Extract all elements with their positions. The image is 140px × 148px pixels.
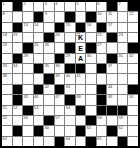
cell-r10c6[interactable]: 47 [55, 95, 65, 104]
cell-r7c9[interactable] [86, 64, 96, 73]
cell-r11c1[interactable]: 51 [2, 106, 12, 115]
cell-r13c7[interactable] [65, 126, 75, 135]
black-cell-r10c10 [97, 95, 107, 104]
clue-number: 37 [108, 64, 112, 68]
clue-number: 18 [3, 33, 7, 37]
cell-r11c5[interactable] [44, 106, 54, 115]
clue-number: 30 [87, 54, 91, 58]
cell-r1c10[interactable]: 6 [97, 2, 107, 11]
cell-r1c4[interactable] [34, 2, 44, 11]
cell-r4c6[interactable]: 20 [55, 33, 65, 42]
clue-number: 45 [24, 95, 28, 99]
black-cell-r9c6 [55, 85, 65, 94]
cell-r12c10[interactable]: 58 [97, 116, 107, 125]
entered-letter: A [76, 55, 86, 63]
black-cell-r8c5 [44, 74, 54, 83]
cell-r14c2[interactable] [13, 137, 23, 146]
cell-r14c4[interactable] [34, 137, 44, 146]
black-cell-r11c12 [118, 106, 128, 115]
cell-r12c1[interactable]: 55 [2, 116, 12, 125]
cell-r3c3[interactable]: 13 [23, 23, 33, 32]
cell-r3c7[interactable]: 15 [65, 23, 75, 32]
black-cell-r3c2 [13, 23, 23, 32]
clue-number: 8 [3, 12, 5, 16]
cell-r8c7[interactable]: 40 [65, 74, 75, 83]
cell-r8c12[interactable] [118, 74, 128, 83]
cell-r14c5[interactable] [44, 137, 54, 146]
cell-r1c9[interactable] [86, 2, 96, 11]
cell-r2c3[interactable] [23, 12, 33, 21]
cell-r2c13[interactable]: 12 [128, 12, 138, 21]
clue-number: 63 [3, 137, 7, 141]
cell-r1c3[interactable]: 2 [23, 2, 33, 11]
clue-number: 2 [24, 2, 26, 6]
cell-r13c3[interactable] [23, 126, 33, 135]
cell-r1c1[interactable]: 1 [2, 2, 12, 11]
cell-r13c10[interactable] [97, 126, 107, 135]
black-cell-r4c11 [107, 33, 117, 42]
cell-r1c5[interactable]: 3 [44, 2, 54, 11]
clue-number: 53 [34, 106, 38, 110]
cell-r7c3[interactable] [23, 64, 33, 73]
clue-number: 19 [13, 33, 17, 37]
clue-number: 54 [66, 106, 70, 110]
cell-r6c5[interactable] [44, 54, 54, 63]
clue-number: 16 [87, 23, 91, 27]
cell-r13c5[interactable]: 60 [44, 126, 54, 135]
clue-number: 41 [76, 74, 80, 78]
cell-r8c1[interactable]: 38 [2, 74, 12, 83]
cell-r3c9[interactable]: 16 [86, 23, 96, 32]
cell-r2c2[interactable] [13, 12, 23, 21]
cell-r4c13[interactable] [128, 33, 138, 42]
cell-r7c2[interactable]: 34 [13, 64, 23, 73]
cell-r6c7[interactable]: 29 [65, 54, 75, 63]
cell-r13c6[interactable] [55, 126, 65, 135]
clue-number: 5 [76, 2, 78, 6]
cell-r10c8[interactable]: 48 [76, 95, 86, 104]
cell-r12c6[interactable]: 57 [55, 116, 65, 125]
black-cell-r10c7 [65, 95, 75, 104]
cell-r10c5[interactable] [44, 95, 54, 104]
cell-r6c10[interactable] [97, 54, 107, 63]
clue-number: 7 [118, 2, 120, 6]
cell-r12c4[interactable] [34, 116, 44, 125]
black-cell-r7c4 [34, 64, 44, 73]
cell-r13c13[interactable] [128, 126, 138, 135]
black-cell-r5c13 [128, 43, 138, 52]
clue-number: 60 [45, 126, 49, 130]
clue-number: 32 [129, 54, 133, 58]
clue-number: 64 [66, 137, 70, 141]
black-cell-r7c7 [65, 64, 75, 73]
black-cell-r7c8 [76, 64, 86, 73]
clue-number: 50 [129, 95, 133, 99]
cell-r14c3[interactable] [23, 137, 33, 146]
cell-r12c3[interactable]: 56 [23, 116, 33, 125]
cell-r9c8[interactable] [76, 85, 86, 94]
cell-r1c6[interactable]: 4 [55, 2, 65, 11]
clue-number: 24 [3, 43, 7, 47]
cell-r9c5[interactable]: 42 [44, 85, 54, 94]
cell-r5c12[interactable] [118, 43, 128, 52]
entered-letter: E [76, 45, 86, 53]
clue-number: 28 [24, 54, 28, 58]
black-cell-r13c8 [76, 126, 86, 135]
clue-number: 9 [45, 12, 47, 16]
black-cell-r3c8 [76, 23, 86, 32]
cell-r13c12[interactable]: 62 [118, 126, 128, 135]
cell-r12c7[interactable] [65, 116, 75, 125]
cell-r12c13[interactable] [128, 116, 138, 125]
black-cell-r11c11 [107, 106, 117, 115]
black-cell-r6c11 [107, 54, 117, 63]
crossword-grid: 123456789101112131415161718192021K222324… [2, 2, 138, 146]
black-cell-r1c13 [128, 2, 138, 11]
cell-r2c1[interactable]: 8 [2, 12, 12, 21]
black-cell-r3c10 [97, 23, 107, 32]
black-cell-r12c9 [86, 116, 96, 125]
clue-number: 62 [118, 126, 122, 130]
cell-r8c9[interactable] [86, 74, 96, 83]
clue-number: 48 [76, 95, 80, 99]
clue-number: 40 [66, 74, 70, 78]
cell-r10c11[interactable]: 49 [107, 95, 117, 104]
clue-number: 29 [66, 54, 70, 58]
clue-number: 52 [13, 106, 17, 110]
clue-number: 59 [118, 116, 122, 120]
black-cell-r9c10 [97, 85, 107, 94]
black-cell-r13c11 [107, 126, 117, 135]
clue-number: 61 [87, 126, 91, 130]
black-cell-r5c3 [23, 43, 33, 52]
cell-r2c8[interactable] [76, 12, 86, 21]
clue-number: 49 [108, 95, 112, 99]
cell-r14c8[interactable] [76, 137, 86, 146]
cell-r6c8[interactable]: A [76, 54, 86, 63]
clue-number: 46 [34, 95, 38, 99]
cell-r2c11[interactable]: 11 [107, 12, 117, 21]
cell-r8c6[interactable]: 39 [55, 74, 65, 83]
cell-r8c8[interactable]: 41 [76, 74, 86, 83]
clue-number: 25 [34, 43, 38, 47]
black-cell-r9c2 [13, 85, 23, 94]
cell-r3c13[interactable] [128, 23, 138, 32]
black-cell-r4c5 [44, 33, 54, 42]
cell-r2c5[interactable]: 9 [44, 12, 54, 21]
cell-r2c12[interactable] [118, 12, 128, 21]
cell-r1c8[interactable]: 5 [76, 2, 86, 11]
clue-number: 31 [118, 54, 122, 58]
clue-number: 27 [97, 43, 101, 47]
cell-r11c13[interactable] [128, 106, 138, 115]
cell-r2c10[interactable]: 10 [97, 12, 107, 21]
cell-r10c9[interactable] [86, 95, 96, 104]
clue-number: 11 [108, 12, 112, 16]
black-cell-r11c10 [97, 106, 107, 115]
cell-r11c4[interactable]: 53 [34, 106, 44, 115]
cell-r4c10[interactable]: 22 [97, 33, 107, 42]
clue-number: 13 [24, 23, 28, 27]
cell-r10c4[interactable]: 46 [34, 95, 44, 104]
cell-r12c11[interactable] [107, 116, 117, 125]
cell-r6c12[interactable]: 31 [118, 54, 128, 63]
cell-r10c1[interactable] [2, 95, 12, 104]
cell-r9c11[interactable]: 44 [107, 85, 117, 94]
cell-r5c6[interactable] [55, 43, 65, 52]
clue-number: 42 [45, 85, 49, 89]
black-cell-r14c12 [118, 137, 128, 146]
clue-number: 38 [3, 74, 7, 78]
cell-r11c9[interactable] [86, 106, 96, 115]
clue-number: 6 [97, 2, 99, 6]
cell-r12c12[interactable]: 59 [118, 116, 128, 125]
cell-r7c1[interactable]: 33 [2, 64, 12, 73]
black-cell-r14c6 [55, 137, 65, 146]
clue-number: 43 [66, 85, 70, 89]
cell-r14c7[interactable]: 64 [65, 137, 75, 146]
cell-r7c5[interactable]: 35 [44, 64, 54, 73]
clue-number: 57 [55, 116, 59, 120]
cell-r9c12[interactable] [118, 85, 128, 94]
cell-r5c5[interactable]: 26 [44, 43, 54, 52]
cell-r2c6[interactable] [55, 12, 65, 21]
cell-r11c2[interactable]: 52 [13, 106, 23, 115]
clue-number: 35 [45, 64, 49, 68]
clue-number: 26 [45, 43, 49, 47]
cell-r8c10[interactable] [97, 74, 107, 83]
black-cell-r13c4 [34, 126, 44, 135]
black-cell-r13c2 [13, 126, 23, 135]
clue-number: 17 [108, 23, 112, 27]
cell-r6c13[interactable]: 32 [128, 54, 138, 63]
black-cell-r5c9 [86, 43, 96, 52]
cell-r7c13[interactable] [128, 64, 138, 73]
cell-r11c6[interactable] [55, 106, 65, 115]
cell-r7c12[interactable] [118, 64, 128, 73]
cell-r3c12[interactable] [118, 23, 128, 32]
black-cell-r11c3 [23, 106, 33, 115]
cell-r14c13[interactable] [128, 137, 138, 146]
black-cell-r12c5 [44, 116, 54, 125]
cell-r10c13[interactable]: 50 [128, 95, 138, 104]
cell-r6c3[interactable]: 28 [23, 54, 33, 63]
cell-r13c1[interactable] [2, 126, 12, 135]
cell-r3c4[interactable]: 14 [34, 23, 44, 32]
cell-r12c2[interactable] [13, 116, 23, 125]
cell-r3c11[interactable]: 17 [107, 23, 117, 32]
cell-r14c1[interactable]: 63 [2, 137, 12, 146]
cell-r4c2[interactable]: 19 [13, 33, 23, 42]
clue-number: 56 [24, 116, 28, 120]
clue-number: 10 [97, 12, 101, 16]
black-cell-r2c4 [34, 12, 44, 21]
clue-number: 1 [3, 2, 5, 6]
cell-r10c3[interactable]: 45 [23, 95, 33, 104]
black-cell-r6c2 [13, 54, 23, 63]
clue-number: 14 [34, 23, 38, 27]
black-cell-r6c6 [55, 54, 65, 63]
cell-r7c11[interactable]: 37 [107, 64, 117, 73]
crossword-board: 123456789101112131415161718192021K222324… [0, 0, 140, 148]
clue-number: 3 [45, 2, 47, 6]
cell-r8c13[interactable] [128, 74, 138, 83]
cell-r5c10[interactable]: 27 [97, 43, 107, 52]
cell-r7c6[interactable]: 36 [55, 64, 65, 73]
black-cell-r1c11 [107, 2, 117, 11]
black-cell-r14c9 [86, 137, 96, 146]
cell-r8c2[interactable] [13, 74, 23, 83]
black-cell-r5c7 [65, 43, 75, 52]
cell-r5c2[interactable] [13, 43, 23, 52]
black-cell-r1c2 [13, 2, 23, 11]
cell-r6c1[interactable] [2, 54, 12, 63]
clue-number: 58 [97, 116, 101, 120]
clue-number: 44 [108, 85, 112, 89]
cell-r10c12[interactable] [118, 95, 128, 104]
black-cell-r10c2 [13, 95, 23, 104]
cell-r9c3[interactable] [23, 85, 33, 94]
cell-r4c7[interactable] [65, 33, 75, 42]
cell-r9c7[interactable]: 43 [65, 85, 75, 94]
black-cell-r2c7 [65, 12, 75, 21]
cell-r14c10[interactable]: 65 [97, 137, 107, 146]
cell-r11c7[interactable]: 54 [65, 106, 75, 115]
cell-r5c8[interactable]: E [76, 43, 86, 52]
clue-number: 15 [66, 23, 70, 27]
cell-r9c1[interactable] [2, 85, 12, 94]
clue-number: 47 [55, 95, 59, 99]
black-cell-r2c9 [86, 12, 96, 21]
cell-r1c7[interactable] [65, 2, 75, 11]
cell-r6c9[interactable]: 30 [86, 54, 96, 63]
cell-r4c9[interactable] [86, 33, 96, 42]
cell-r9c9[interactable] [86, 85, 96, 94]
cell-r8c11[interactable] [107, 74, 117, 83]
cell-r4c12[interactable]: 23 [118, 33, 128, 42]
cell-r4c1[interactable]: 18 [2, 33, 12, 42]
clue-number: 39 [55, 74, 59, 78]
clue-number: 22 [97, 33, 101, 37]
black-cell-r9c13 [128, 85, 138, 94]
cell-r5c11[interactable] [107, 43, 117, 52]
cell-r14c11[interactable] [107, 137, 117, 146]
cell-r6c4[interactable] [34, 54, 44, 63]
clue-number: 4 [55, 2, 57, 6]
cell-r12c8[interactable] [76, 116, 86, 125]
clue-number: 12 [129, 12, 133, 16]
clue-number: 51 [3, 106, 7, 110]
cell-r4c3[interactable] [23, 33, 33, 42]
black-cell-r3c6 [55, 23, 65, 32]
cell-r3c5[interactable] [44, 23, 54, 32]
cell-r5c1[interactable]: 24 [2, 43, 12, 52]
clue-number: 55 [3, 116, 7, 120]
cell-r4c8[interactable]: 21K [76, 33, 86, 42]
clue-number: 36 [55, 64, 59, 68]
cell-r5c4[interactable]: 25 [34, 43, 44, 52]
cell-r8c3[interactable] [23, 74, 33, 83]
black-cell-r9c4 [34, 85, 44, 94]
cell-r4c4[interactable] [34, 33, 44, 42]
cell-r13c9[interactable]: 61 [86, 126, 96, 135]
cell-r8c4[interactable] [34, 74, 44, 83]
clue-number: 34 [13, 64, 17, 68]
clue-number: 23 [118, 33, 122, 37]
clue-number: 33 [3, 64, 7, 68]
clue-number: 65 [97, 137, 101, 141]
clue-number: 20 [55, 33, 59, 37]
cell-r1c12[interactable]: 7 [118, 2, 128, 11]
black-cell-r11c8 [76, 106, 86, 115]
entered-letter: K [76, 34, 86, 42]
cell-r3c1[interactable] [2, 23, 12, 32]
black-cell-r7c10 [97, 64, 107, 73]
